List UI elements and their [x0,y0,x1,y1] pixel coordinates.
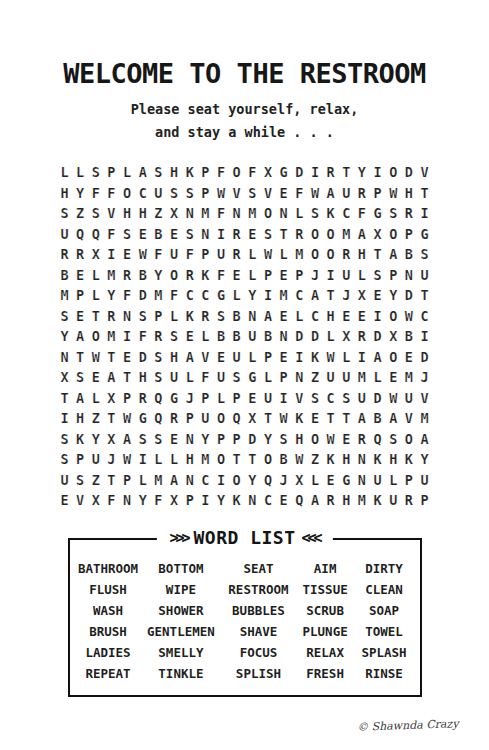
grid-cell: P [119,470,135,491]
grid-cell: P [72,449,88,470]
grid-cell: K [182,162,198,183]
grid-cell: G [245,367,261,388]
grid-cell: N [276,203,292,224]
grid-cell: M [104,326,120,347]
grid-cell: U [166,244,182,265]
grid-cell: E [166,429,182,450]
grid-cell: L [151,449,167,470]
grid-cell: S [166,326,182,347]
word-list-item: TINKLE [141,663,222,684]
grid-cell: E [182,326,198,347]
grid-cell: D [135,285,151,306]
word-list-item: SPLISH [221,663,295,684]
grid-cell: M [338,224,354,245]
grid-cell: D [417,347,433,368]
grid-cell: U [213,244,229,265]
grid-cell: A [260,306,276,327]
grid-cell: P [151,306,167,327]
grid-cell: P [182,408,198,429]
grid-cell: D [401,162,417,183]
grid-cell: H [166,347,182,368]
grid-cell: L [72,162,88,183]
grid-cell: S [151,367,167,388]
grid-cell: T [104,347,120,368]
grid-cell: L [166,306,182,327]
grid-cell: R [401,203,417,224]
grid-cell: U [417,470,433,491]
grid-cell: L [245,265,261,286]
word-list-item: TOWEL [355,621,414,642]
grid-cell: T [88,306,104,327]
grid-cell: N [354,470,370,491]
grid-cell: A [182,347,198,368]
grid-cell: P [119,388,135,409]
grid-cell: G [338,470,354,491]
grid-cell: P [104,162,120,183]
grid-cell: S [385,203,401,224]
grid-cell: P [198,388,214,409]
grid-cell: P [229,388,245,409]
grid-cell: I [57,408,73,429]
grid-cell: G [166,388,182,409]
word-list-item: SMELLY [141,642,222,663]
grid-cell: U [88,449,104,470]
word-list-item: BUBBLES [221,600,295,621]
grid-cell: B [229,306,245,327]
grid-cell: R [166,408,182,429]
grid-cell: A [135,162,151,183]
grid-cell: H [119,203,135,224]
grid-cell: F [135,326,151,347]
word-list-item: RINSE [355,663,414,684]
grid-cell: U [57,470,73,491]
word-list-title: WORD LIST [193,527,295,548]
grid-cell: S [135,429,151,450]
grid-cell: O [229,470,245,491]
grid-cell: E [135,224,151,245]
grid-cell: X [354,285,370,306]
grid-cell: R [57,244,73,265]
grid-cell: C [198,285,214,306]
grid-cell: X [166,203,182,224]
grid-cell: Y [354,162,370,183]
grid-cell: B [260,326,276,347]
grid-cell: A [385,244,401,265]
grid-cell: L [88,285,104,306]
grid-cell: C [182,285,198,306]
grid-cell: N [182,429,198,450]
grid-cell: L [119,162,135,183]
grid-cell: E [245,224,261,245]
grid-cell: N [182,470,198,491]
grid-cell: K [182,306,198,327]
grid-cell: A [72,326,88,347]
word-list-item: FRESH [296,663,355,684]
grid-cell: T [229,449,245,470]
grid-cell: M [417,408,433,429]
grid-cell: U [354,388,370,409]
grid-cell: I [370,306,386,327]
grid-cell: R [182,265,198,286]
grid-cell: F [213,203,229,224]
grid-cell: T [338,162,354,183]
grid-cell: Z [307,367,323,388]
grid-cell: S [260,224,276,245]
grid-cell: T [57,388,73,409]
grid-cell: F [151,244,167,265]
grid-cell: K [370,490,386,511]
left-chevrons-icon: <<< [296,529,326,547]
grid-cell: W [88,347,104,368]
grid-cell: I [417,203,433,224]
grid-cell: K [401,449,417,470]
grid-cell: B [135,265,151,286]
grid-cell: Y [385,285,401,306]
grid-cell: I [135,449,151,470]
grid-cell: P [276,367,292,388]
grid-cell: M [276,285,292,306]
grid-cell: G [213,285,229,306]
word-list-box: >>>WORD LIST<<< BATHROOMBOTTOMSEATAIMDIR… [68,538,422,697]
grid-cell: L [291,306,307,327]
grid-cell: E [166,224,182,245]
grid-cell: S [151,162,167,183]
grid-cell: W [401,306,417,327]
grid-cell: K [291,408,307,429]
grid-cell: O [213,408,229,429]
grid-cell: A [166,470,182,491]
grid-cell: Y [245,285,261,306]
grid-cell: V [417,388,433,409]
grid-cell: C [291,285,307,306]
grid-cell: R [104,306,120,327]
grid-cell: R [119,265,135,286]
grid-cell: E [213,347,229,368]
grid-cell: M [151,470,167,491]
grid-cell: S [276,429,292,450]
grid-cell: K [370,449,386,470]
grid-cell: Y [213,490,229,511]
grid-cell: S [245,183,261,204]
grid-cell: E [307,408,323,429]
grid-cell: E [338,306,354,327]
grid-cell: S [385,429,401,450]
grid-cell: S [119,224,135,245]
grid-cell: Y [135,490,151,511]
grid-cell: L [198,326,214,347]
grid-cell: N [229,203,245,224]
word-list-item: SEAT [221,558,295,579]
word-list-item: SPLASH [355,642,414,663]
grid-cell: G [276,162,292,183]
word-list-item: LADIES [76,642,141,663]
grid-cell: L [213,388,229,409]
grid-cell: S [72,470,88,491]
grid-cell: B [151,224,167,245]
grid-cell: A [385,408,401,429]
grid-cell: V [229,183,245,204]
grid-cell: G [370,203,386,224]
grid-cell: F [88,183,104,204]
grid-cell: L [88,388,104,409]
grid-cell: B [401,326,417,347]
grid-cell: U [229,347,245,368]
grid-cell: B [229,326,245,347]
grid-cell: L [135,470,151,491]
grid-cell: O [307,224,323,245]
grid-cell: B [370,408,386,429]
grid-cell: L [245,347,261,368]
grid-cell: R [323,490,339,511]
grid-cell: F [119,285,135,306]
grid-cell: S [182,183,198,204]
grid-cell: C [260,490,276,511]
word-list-item: PLUNGE [296,621,355,642]
grid-cell: U [245,326,261,347]
grid-cell: R [291,224,307,245]
grid-cell: U [166,367,182,388]
grid-cell: U [260,388,276,409]
grid-cell: C [307,306,323,327]
grid-cell: U [370,470,386,491]
grid-cell: W [323,347,339,368]
grid-cell: U [385,490,401,511]
grid-cell: P [291,265,307,286]
grid-cell: F [354,203,370,224]
grid-cell: T [72,347,88,368]
subtitle: Please seat yourself, relax, and stay a … [0,98,489,144]
word-list-item: BATHROOM [76,558,141,579]
grid-cell: L [338,347,354,368]
grid-cell: J [182,388,198,409]
grid-cell: Z [88,470,104,491]
grid-cell: H [338,449,354,470]
grid-cell: J [276,470,292,491]
grid-cell: F [104,183,120,204]
grid-cell: I [260,285,276,306]
grid-cell: F [291,183,307,204]
grid-cell: E [72,265,88,286]
grid-cell: P [198,162,214,183]
grid-cell: L [166,449,182,470]
grid-cell: K [323,203,339,224]
grid-cell: E [119,347,135,368]
grid-cell: I [370,162,386,183]
grid-cell: P [198,183,214,204]
grid-cell: D [135,347,151,368]
grid-cell: K [323,449,339,470]
grid-cell: O [385,347,401,368]
word-list-item: WASH [76,600,141,621]
grid-cell: M [354,367,370,388]
grid-cell: B [276,449,292,470]
grid-cell: Y [57,326,73,347]
grid-cell: J [104,449,120,470]
grid-cell: U [57,224,73,245]
grid-cell: X [291,470,307,491]
grid-cell: H [338,490,354,511]
grid-cell: H [291,429,307,450]
grid-cell: C [417,306,433,327]
grid-cell: T [104,470,120,491]
grid-cell: L [323,326,339,347]
grid-cell: M [151,285,167,306]
grid-cell: E [276,490,292,511]
grid-cell: I [307,162,323,183]
grid-cell: D [245,429,261,450]
grid-cell: I [104,244,120,265]
grid-cell: Y [151,265,167,286]
grid-cell: A [417,429,433,450]
grid-cell: E [245,388,261,409]
grid-cell: W [119,449,135,470]
grid-cell: K [72,429,88,450]
grid-cell: W [119,408,135,429]
grid-cell: N [291,367,307,388]
grid-cell: S [417,244,433,265]
grid-cell: X [260,162,276,183]
grid-cell: L [88,265,104,286]
grid-cell: M [104,265,120,286]
grid-cell: O [166,265,182,286]
grid-cell: V [401,408,417,429]
grid-cell: H [135,367,151,388]
grid-cell: B [213,326,229,347]
grid-cell: O [323,224,339,245]
grid-cell: F [182,244,198,265]
grid-cell: X [57,367,73,388]
grid-cell: S [307,203,323,224]
grid-cell: N [119,490,135,511]
grid-cell: D [291,162,307,183]
grid-cell: N [354,449,370,470]
grid-cell: D [307,326,323,347]
grid-cell: W [307,183,323,204]
grid-cell: Z [72,203,88,224]
word-list-item: SCRUB [296,600,355,621]
grid-cell: P [385,265,401,286]
grid-cell: T [245,449,261,470]
grid-cell: X [370,224,386,245]
grid-cell: L [291,203,307,224]
grid-cell: O [307,244,323,265]
grid-cell: Q [370,429,386,450]
grid-cell: O [307,429,323,450]
grid-cell: R [72,244,88,265]
grid-cell: L [354,265,370,286]
grid-cell: Q [229,408,245,429]
grid-cell: O [385,306,401,327]
word-list-item: SHAVE [221,621,295,642]
grid-cell: S [57,429,73,450]
grid-cell: S [135,306,151,327]
grid-cell: E [57,490,73,511]
grid-cell: O [260,203,276,224]
grid-cell: T [338,408,354,429]
grid-cell: W [291,449,307,470]
grid-cell: S [166,183,182,204]
word-list-item: FOCUS [221,642,295,663]
grid-cell: D [401,285,417,306]
grid-cell: X [104,388,120,409]
restroom-word-search-poster: WELCOME TO THE RESTROOM Please seat your… [0,0,489,750]
grid-cell: E [370,285,386,306]
grid-cell: C [338,203,354,224]
grid-cell: E [338,429,354,450]
grid-cell: O [385,162,401,183]
grid-cell: Q [260,470,276,491]
grid-cell: K [307,347,323,368]
grid-cell: I [198,490,214,511]
grid-cell: A [119,429,135,450]
grid-cell: I [119,326,135,347]
grid-cell: S [151,347,167,368]
grid-cell: V [198,347,214,368]
grid-cell: T [417,183,433,204]
grid-cell: S [88,203,104,224]
grid-cell: W [135,244,151,265]
grid-cell: A [323,183,339,204]
grid-cell: Q [151,408,167,429]
page-title: WELCOME TO THE RESTROOM [0,58,489,89]
word-list-item: TISSUE [296,579,355,600]
grid-cell: S [151,429,167,450]
grid-cell: L [245,244,261,265]
grid-cell: J [338,285,354,306]
grid-cell: I [213,470,229,491]
grid-cell: J [417,367,433,388]
grid-cell: T [119,367,135,388]
grid-cell: S [57,449,73,470]
grid-cell: O [119,183,135,204]
grid-cell: W [260,244,276,265]
grid-cell: H [72,408,88,429]
grid-cell: V [72,490,88,511]
grid-cell: S [182,224,198,245]
subtitle-line-2: and stay a while . . . [0,121,489,144]
subtitle-line-1: Please seat yourself, relax, [0,98,489,121]
grid-cell: X [88,490,104,511]
grid-cell: Y [198,429,214,450]
grid-cell: E [323,470,339,491]
grid-cell: O [401,429,417,450]
grid-cell: T [260,408,276,429]
word-list-item: WIPE [141,579,222,600]
grid-cell: N [401,265,417,286]
grid-cell: W [385,183,401,204]
grid-cell: I [213,224,229,245]
grid-cell: H [182,449,198,470]
grid-cell: S [229,367,245,388]
word-list-item: RELAX [296,642,355,663]
grid-cell: H [57,183,73,204]
grid-cell: E [276,306,292,327]
grid-cell: P [213,429,229,450]
grid-cell: T [323,408,339,429]
grid-cell: S [57,306,73,327]
grid-cell: U [338,183,354,204]
grid-cell: G [417,224,433,245]
grid-cell: H [166,162,182,183]
grid-cell: D [291,326,307,347]
grid-cell: V [291,388,307,409]
grid-cell: P [72,285,88,306]
grid-cell: I [354,347,370,368]
word-list-item: RESTROOM [221,579,295,600]
grid-cell: L [385,470,401,491]
grid-cell: N [198,224,214,245]
word-list-item: REPEAT [76,663,141,684]
